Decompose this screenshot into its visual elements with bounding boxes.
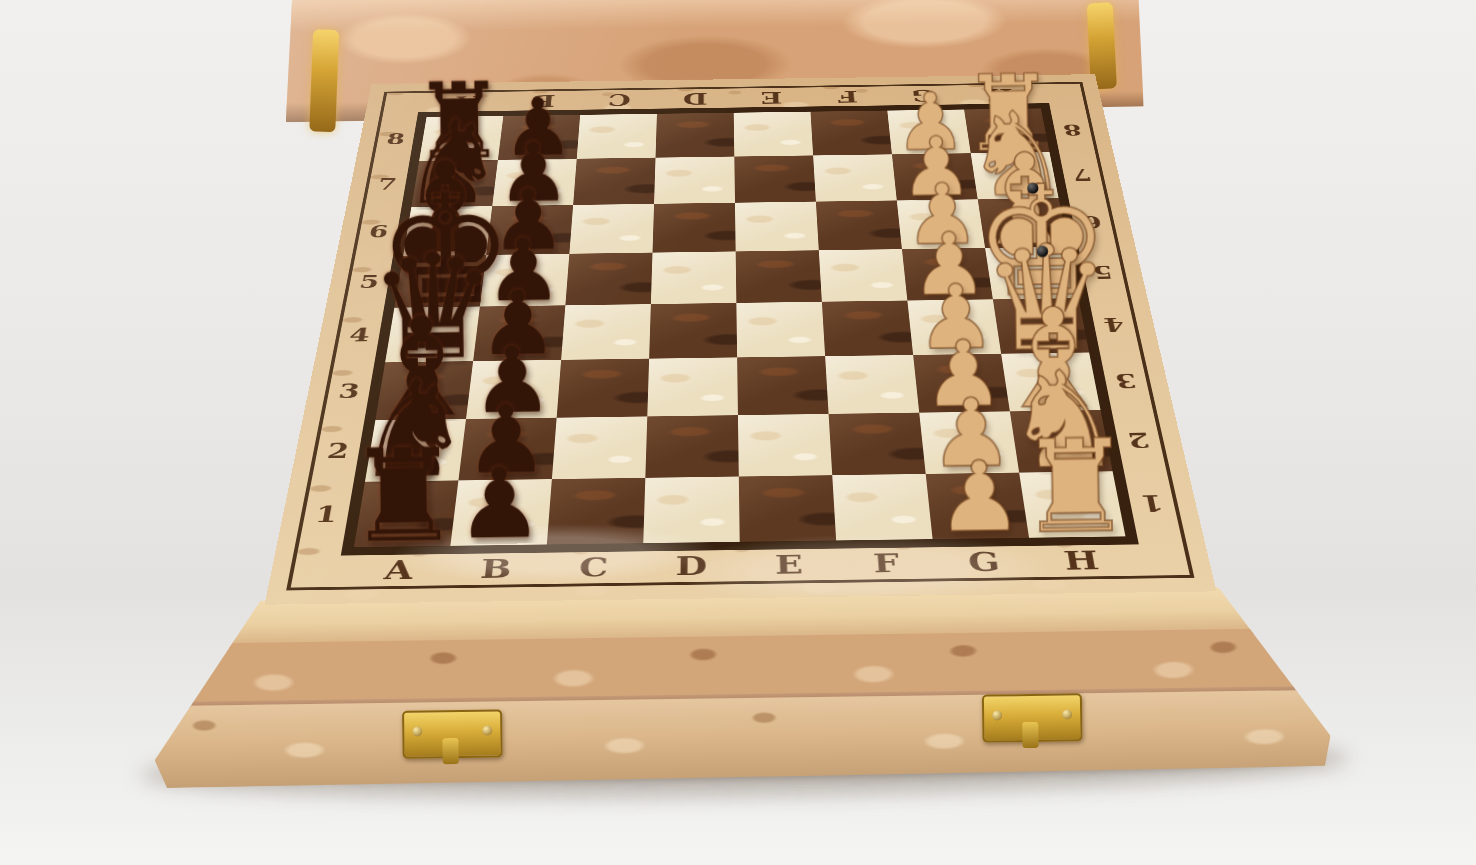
file-label-near-C: C [544, 551, 643, 584]
file-label-near-B: B [445, 553, 546, 586]
file-label-near-G: G [933, 546, 1035, 579]
square-e6[interactable] [735, 202, 819, 252]
file-label-near-F: F [837, 547, 937, 580]
square-d1[interactable] [643, 477, 739, 544]
square-d8[interactable] [656, 113, 735, 158]
square-e5[interactable] [736, 250, 822, 303]
latch-hook [1022, 722, 1038, 748]
file-label-near-H: H [1030, 545, 1133, 578]
file-label-near-E: E [740, 549, 839, 582]
square-e1[interactable] [739, 475, 836, 542]
brass-latch-left [402, 709, 503, 758]
square-d7[interactable] [654, 157, 735, 204]
latch-screw [482, 725, 492, 735]
file-label-far-D: D [657, 88, 734, 108]
square-d6[interactable] [653, 203, 736, 253]
chessboard-scene: AABBCCDDEEFFGGHH1122334455667788 ♜♟♟♜♞♟♟… [251, 0, 1216, 605]
square-d5[interactable] [651, 251, 737, 304]
chess-box: AABBCCDDEEFFGGHH1122334455667788 ♜♟♟♜♞♟♟… [0, 0, 1476, 865]
square-e4[interactable] [736, 302, 825, 358]
file-label-near-A: A [347, 554, 449, 587]
square-d4[interactable] [649, 303, 737, 359]
latch-screw [992, 710, 1002, 720]
file-label-near-D: D [642, 550, 740, 583]
file-label-far-E: E [733, 87, 810, 107]
latch-screw [1062, 709, 1072, 719]
square-e7[interactable] [734, 155, 816, 202]
square-e8[interactable] [734, 112, 813, 157]
square-d2[interactable] [645, 415, 738, 478]
latch-hook [442, 738, 458, 764]
square-d3[interactable] [647, 357, 738, 416]
brass-latch-right [982, 693, 1083, 742]
latch-screw [412, 726, 422, 736]
square-e3[interactable] [737, 356, 828, 415]
chessboard: AABBCCDDEEFFGGHH1122334455667788 ♜♟♟♜♞♟♟… [265, 74, 1217, 604]
square-e2[interactable] [738, 414, 832, 477]
